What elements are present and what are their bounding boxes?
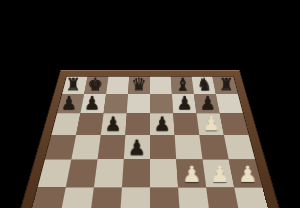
white-pawn[interactable]: ♟: [199, 114, 224, 134]
square-c6[interactable]: ♟: [101, 113, 127, 135]
black-bishop[interactable]: ♝: [172, 75, 194, 93]
black-pawn[interactable]: ♟: [173, 93, 196, 112]
square-e3[interactable]: [150, 187, 180, 208]
black-pawn[interactable]: ♟: [57, 93, 80, 112]
square-d5[interactable]: ♟: [124, 135, 150, 159]
square-d4[interactable]: [122, 159, 150, 187]
square-b3[interactable]: [59, 187, 93, 208]
photo-background: ♜♚♛♝♞♜♟♟♟♟♟♟♟♟♟♟♟♟♟♟♟♜♚♝♛♝♜: [0, 0, 300, 208]
square-c8[interactable]: [106, 77, 129, 94]
black-queen[interactable]: ♛: [128, 75, 150, 93]
black-pawn[interactable]: ♟: [124, 137, 150, 159]
square-c7[interactable]: [104, 94, 128, 113]
square-c3[interactable]: [90, 187, 122, 208]
square-d8[interactable]: ♛: [128, 77, 150, 94]
square-f5[interactable]: [175, 135, 203, 159]
square-d7[interactable]: [127, 94, 150, 113]
square-b6[interactable]: [76, 113, 103, 135]
white-pawn[interactable]: ♟: [234, 163, 262, 186]
square-g7[interactable]: ♟: [194, 94, 220, 113]
square-b7[interactable]: ♟: [80, 94, 106, 113]
square-a6[interactable]: [51, 113, 80, 135]
square-g6[interactable]: ♟: [196, 113, 223, 135]
black-pawn[interactable]: ♟: [80, 93, 103, 112]
square-e7[interactable]: [150, 94, 173, 113]
square-f6[interactable]: [173, 113, 199, 135]
square-d3[interactable]: [120, 187, 150, 208]
square-h5[interactable]: [224, 135, 255, 159]
square-b4[interactable]: [66, 159, 98, 187]
black-rook[interactable]: ♜: [62, 75, 84, 93]
square-h4[interactable]: ♟: [229, 159, 263, 187]
square-f3[interactable]: [178, 187, 210, 208]
square-g4[interactable]: ♟: [202, 159, 234, 187]
square-f7[interactable]: ♟: [172, 94, 196, 113]
square-h7[interactable]: [216, 94, 243, 113]
square-c4[interactable]: [94, 159, 124, 187]
square-a5[interactable]: [45, 135, 76, 159]
square-g8[interactable]: ♞: [192, 77, 216, 94]
square-c5[interactable]: [98, 135, 126, 159]
board-tilt: ♜♚♛♝♞♜♟♟♟♟♟♟♟♟♟♟♟♟♟♟♟♜♚♝♛♝♜: [0, 70, 300, 208]
black-rook[interactable]: ♜: [216, 75, 238, 93]
board-frame: ♜♚♛♝♞♜♟♟♟♟♟♟♟♟♟♟♟♟♟♟♟♜♚♝♛♝♜: [0, 70, 300, 208]
square-f4[interactable]: ♟: [176, 159, 206, 187]
square-e4[interactable]: [150, 159, 178, 187]
white-pawn[interactable]: ♟: [206, 163, 234, 186]
square-h3[interactable]: [234, 187, 270, 208]
square-e6[interactable]: ♟: [150, 113, 175, 135]
square-e8[interactable]: [150, 77, 172, 94]
square-b5[interactable]: [71, 135, 100, 159]
square-d6[interactable]: [125, 113, 150, 135]
black-pawn[interactable]: ♟: [196, 93, 219, 112]
black-king[interactable]: ♚: [84, 75, 106, 93]
square-a3[interactable]: [29, 187, 65, 208]
square-h6[interactable]: [220, 113, 249, 135]
white-pawn[interactable]: ♟: [178, 163, 206, 186]
chess-board[interactable]: ♜♚♛♝♞♜♟♟♟♟♟♟♟♟♟♟♟♟♟♟♟♜♚♝♛♝♜: [8, 77, 292, 208]
square-e5[interactable]: [150, 135, 176, 159]
square-h8[interactable]: ♜: [212, 77, 237, 94]
black-pawn[interactable]: ♟: [150, 114, 175, 134]
square-f8[interactable]: ♝: [171, 77, 194, 94]
black-knight[interactable]: ♞: [194, 75, 216, 93]
black-pawn[interactable]: ♟: [101, 114, 126, 134]
square-b8[interactable]: ♚: [84, 77, 108, 94]
